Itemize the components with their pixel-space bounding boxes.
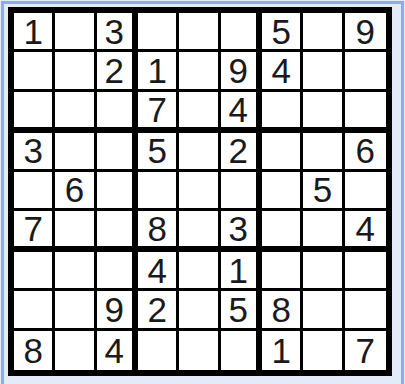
cell-r2c7[interactable]: 4 (262, 52, 303, 91)
cell-r1c2[interactable] (55, 13, 96, 52)
cell-r8c3[interactable]: 9 (97, 291, 138, 330)
cell-r9c5[interactable] (179, 331, 220, 370)
cell-r8c2[interactable] (55, 291, 96, 330)
cell-r9c9[interactable]: 7 (345, 331, 386, 370)
cell-r5c3[interactable] (97, 172, 138, 211)
cell-r1c9[interactable]: 9 (345, 13, 386, 52)
cell-r3c6[interactable]: 4 (221, 92, 262, 133)
cell-r9c2[interactable] (55, 331, 96, 370)
cell-r1c4[interactable] (138, 13, 179, 52)
cell-r9c6[interactable] (221, 331, 262, 370)
cell-r4c6[interactable]: 2 (221, 133, 262, 172)
cell-r5c8[interactable]: 5 (303, 172, 344, 211)
cell-r4c8[interactable] (303, 133, 344, 172)
cell-r8c6[interactable]: 5 (221, 291, 262, 330)
cell-r6c9[interactable]: 4 (345, 211, 386, 252)
cell-r7c4[interactable]: 4 (138, 252, 179, 291)
cell-r6c3[interactable] (97, 211, 138, 252)
cell-r1c8[interactable] (303, 13, 344, 52)
cell-r5c4[interactable] (138, 172, 179, 211)
cell-r4c4[interactable]: 5 (138, 133, 179, 172)
cell-r6c8[interactable] (303, 211, 344, 252)
cell-r7c6[interactable]: 1 (221, 252, 262, 291)
cell-r6c6[interactable]: 3 (221, 211, 262, 252)
cell-r2c4[interactable]: 1 (138, 52, 179, 91)
cell-r7c3[interactable] (97, 252, 138, 291)
cell-r7c7[interactable] (262, 252, 303, 291)
cell-r3c8[interactable] (303, 92, 344, 133)
cell-r2c2[interactable] (55, 52, 96, 91)
cell-r3c4[interactable]: 7 (138, 92, 179, 133)
cell-r3c3[interactable] (97, 92, 138, 133)
cell-r6c5[interactable] (179, 211, 220, 252)
cell-r2c1[interactable] (14, 52, 55, 91)
cell-r2c6[interactable]: 9 (221, 52, 262, 91)
cell-r8c4[interactable]: 2 (138, 291, 179, 330)
cell-r6c4[interactable]: 8 (138, 211, 179, 252)
cell-r7c2[interactable] (55, 252, 96, 291)
cell-r5c9[interactable] (345, 172, 386, 211)
cell-r9c3[interactable]: 4 (97, 331, 138, 370)
cell-r5c6[interactable] (221, 172, 262, 211)
cell-r8c9[interactable] (345, 291, 386, 330)
cell-r4c5[interactable] (179, 133, 220, 172)
cell-r3c7[interactable] (262, 92, 303, 133)
cell-r3c1[interactable] (14, 92, 55, 133)
cell-r7c9[interactable] (345, 252, 386, 291)
cell-r9c8[interactable] (303, 331, 344, 370)
cell-r9c1[interactable]: 8 (14, 331, 55, 370)
cell-r8c5[interactable] (179, 291, 220, 330)
cell-r2c9[interactable] (345, 52, 386, 91)
cell-r5c5[interactable] (179, 172, 220, 211)
sudoku-board: 135921947435266578344192588417 (8, 7, 392, 376)
cell-r5c1[interactable] (14, 172, 55, 211)
cell-r8c1[interactable] (14, 291, 55, 330)
cell-r9c4[interactable] (138, 331, 179, 370)
cell-r3c5[interactable] (179, 92, 220, 133)
cell-r6c1[interactable]: 7 (14, 211, 55, 252)
cell-r1c5[interactable] (179, 13, 220, 52)
cell-r5c2[interactable]: 6 (55, 172, 96, 211)
cell-r4c9[interactable]: 6 (345, 133, 386, 172)
cell-r8c7[interactable]: 8 (262, 291, 303, 330)
cell-r1c3[interactable]: 3 (97, 13, 138, 52)
cell-r8c8[interactable] (303, 291, 344, 330)
cell-r1c7[interactable]: 5 (262, 13, 303, 52)
cell-r6c2[interactable] (55, 211, 96, 252)
cell-r4c3[interactable] (97, 133, 138, 172)
cell-r6c7[interactable] (262, 211, 303, 252)
cell-r1c6[interactable] (221, 13, 262, 52)
cell-r7c8[interactable] (303, 252, 344, 291)
cell-r4c1[interactable]: 3 (14, 133, 55, 172)
cell-r1c1[interactable]: 1 (14, 13, 55, 52)
cell-r4c2[interactable] (55, 133, 96, 172)
cell-r4c7[interactable] (262, 133, 303, 172)
cell-r2c8[interactable] (303, 52, 344, 91)
cell-r2c5[interactable] (179, 52, 220, 91)
cell-r3c2[interactable] (55, 92, 96, 133)
cell-r9c7[interactable]: 1 (262, 331, 303, 370)
cell-r7c5[interactable] (179, 252, 220, 291)
cell-r7c1[interactable] (14, 252, 55, 291)
cell-r3c9[interactable] (345, 92, 386, 133)
cell-r2c3[interactable]: 2 (97, 52, 138, 91)
cell-r5c7[interactable] (262, 172, 303, 211)
